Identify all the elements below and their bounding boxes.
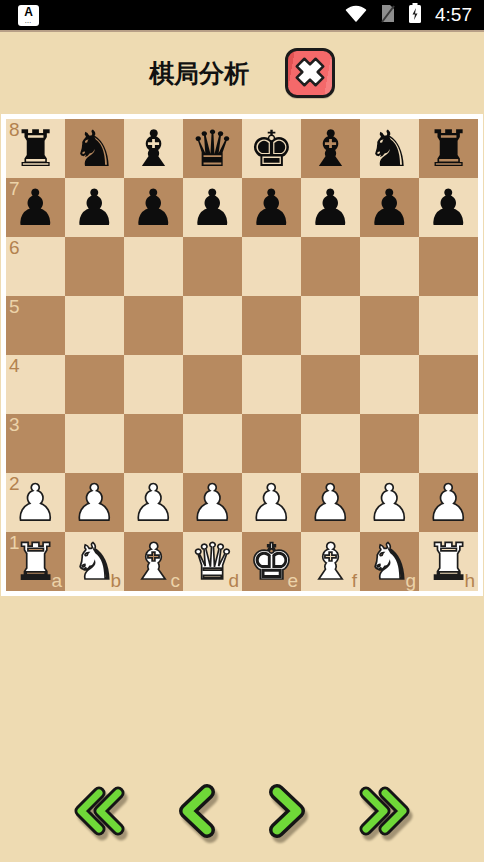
square-c8[interactable]: ♝ [124, 119, 183, 178]
white-pawn[interactable]: ♟ [242, 473, 301, 532]
square-f4[interactable] [301, 355, 360, 414]
square-d2[interactable]: ♟ [183, 473, 242, 532]
square-f1[interactable]: f♝ [301, 532, 360, 591]
square-g7[interactable]: ♟ [360, 178, 419, 237]
white-pawn[interactable]: ♟ [301, 473, 360, 532]
square-b6[interactable] [65, 237, 124, 296]
square-g3[interactable] [360, 414, 419, 473]
black-knight[interactable]: ♞ [65, 119, 124, 178]
status-bar: A … 4:57 [0, 0, 484, 32]
square-e1[interactable]: e♚ [242, 532, 301, 591]
square-e6[interactable] [242, 237, 301, 296]
square-h1[interactable]: h♜ [419, 532, 478, 591]
clock-time: 4:57 [435, 4, 472, 26]
square-b7[interactable]: ♟ [65, 178, 124, 237]
square-f6[interactable] [301, 237, 360, 296]
black-bishop[interactable]: ♝ [124, 119, 183, 178]
input-method-dots: … [25, 18, 33, 23]
previous-move-button[interactable] [172, 780, 220, 842]
square-f5[interactable] [301, 296, 360, 355]
square-g8[interactable]: ♞ [360, 119, 419, 178]
rank-label-7: 7 [9, 179, 20, 199]
square-g4[interactable] [360, 355, 419, 414]
square-f2[interactable]: ♟ [301, 473, 360, 532]
black-pawn[interactable]: ♟ [242, 178, 301, 237]
rank-label-6: 6 [9, 238, 20, 258]
black-pawn[interactable]: ♟ [301, 178, 360, 237]
square-a8[interactable]: 8♜ [6, 119, 65, 178]
header: 棋局分析 [0, 32, 484, 114]
square-c4[interactable] [124, 355, 183, 414]
square-f8[interactable]: ♝ [301, 119, 360, 178]
square-g1[interactable]: g♞ [360, 532, 419, 591]
file-label-h: h [464, 570, 475, 591]
square-d8[interactable]: ♛ [183, 119, 242, 178]
rank-label-1: 1 [9, 533, 20, 553]
square-h7[interactable]: ♟ [419, 178, 478, 237]
page-title: 棋局分析 [149, 57, 249, 90]
square-c1[interactable]: c♝ [124, 532, 183, 591]
white-pawn[interactable]: ♟ [65, 473, 124, 532]
square-h6[interactable] [419, 237, 478, 296]
square-a2[interactable]: 2♟ [6, 473, 65, 532]
file-label-f: f [352, 570, 357, 591]
file-label-b: b [110, 570, 121, 591]
double-chevron-right-icon [356, 830, 416, 845]
go-to-end-button[interactable] [356, 780, 416, 842]
square-d6[interactable] [183, 237, 242, 296]
input-method-icon: A … [18, 5, 39, 26]
square-c3[interactable] [124, 414, 183, 473]
app-screen: A … 4:57 [0, 0, 484, 862]
file-label-d: d [228, 570, 239, 591]
square-g6[interactable] [360, 237, 419, 296]
white-pawn[interactable]: ♟ [183, 473, 242, 532]
white-pawn[interactable]: ♟ [360, 473, 419, 532]
square-c5[interactable] [124, 296, 183, 355]
square-b2[interactable]: ♟ [65, 473, 124, 532]
square-d4[interactable] [183, 355, 242, 414]
go-to-start-button[interactable] [68, 780, 128, 842]
rank-label-3: 3 [9, 415, 20, 435]
square-e4[interactable] [242, 355, 301, 414]
move-navigation [0, 780, 484, 842]
black-pawn[interactable]: ♟ [183, 178, 242, 237]
square-e3[interactable] [242, 414, 301, 473]
square-h2[interactable]: ♟ [419, 473, 478, 532]
square-h8[interactable]: ♜ [419, 119, 478, 178]
square-b8[interactable]: ♞ [65, 119, 124, 178]
black-pawn[interactable]: ♟ [65, 178, 124, 237]
square-b3[interactable] [65, 414, 124, 473]
square-f3[interactable] [301, 414, 360, 473]
square-a7[interactable]: 7♟ [6, 178, 65, 237]
rank-label-8: 8 [9, 120, 20, 140]
square-a5[interactable]: 5 [6, 296, 65, 355]
black-king[interactable]: ♚ [242, 119, 301, 178]
black-bishop[interactable]: ♝ [301, 119, 360, 178]
black-queen[interactable]: ♛ [183, 119, 242, 178]
black-pawn[interactable]: ♟ [360, 178, 419, 237]
square-a1[interactable]: 1a♜ [6, 532, 65, 591]
file-label-a: a [51, 570, 62, 591]
rank-label-5: 5 [9, 297, 20, 317]
battery-charging-icon [408, 1, 422, 29]
square-d7[interactable]: ♟ [183, 178, 242, 237]
wifi-icon [344, 1, 368, 29]
close-button[interactable] [285, 48, 335, 98]
square-b1[interactable]: b♞ [65, 532, 124, 591]
square-b5[interactable] [65, 296, 124, 355]
rank-label-4: 4 [9, 356, 20, 376]
next-move-button[interactable] [264, 780, 312, 842]
square-g2[interactable]: ♟ [360, 473, 419, 532]
chess-board: 8♜♞♝♛♚♝♞♜7♟♟♟♟♟♟♟♟65432♟♟♟♟♟♟♟♟1a♜b♞c♝d♛… [6, 119, 478, 591]
white-pawn[interactable]: ♟ [124, 473, 183, 532]
file-label-c: c [171, 570, 181, 591]
square-b4[interactable] [65, 355, 124, 414]
no-sim-icon [377, 1, 399, 29]
square-a3[interactable]: 3 [6, 414, 65, 473]
square-c7[interactable]: ♟ [124, 178, 183, 237]
black-pawn[interactable]: ♟ [124, 178, 183, 237]
black-pawn[interactable]: ♟ [419, 178, 478, 237]
double-chevron-left-icon [68, 830, 128, 845]
square-d1[interactable]: d♛ [183, 532, 242, 591]
square-e5[interactable] [242, 296, 301, 355]
square-f7[interactable]: ♟ [301, 178, 360, 237]
square-a4[interactable]: 4 [6, 355, 65, 414]
rank-label-2: 2 [9, 474, 20, 494]
square-c6[interactable] [124, 237, 183, 296]
square-c2[interactable]: ♟ [124, 473, 183, 532]
file-label-e: e [287, 570, 298, 591]
file-label-g: g [405, 570, 416, 591]
square-d3[interactable] [183, 414, 242, 473]
square-e7[interactable]: ♟ [242, 178, 301, 237]
white-pawn[interactable]: ♟ [419, 473, 478, 532]
square-g5[interactable] [360, 296, 419, 355]
square-h3[interactable] [419, 414, 478, 473]
square-e8[interactable]: ♚ [242, 119, 301, 178]
chevron-right-icon [264, 830, 312, 845]
black-rook[interactable]: ♜ [419, 119, 478, 178]
square-h4[interactable] [419, 355, 478, 414]
square-h5[interactable] [419, 296, 478, 355]
black-knight[interactable]: ♞ [360, 119, 419, 178]
close-icon [290, 52, 330, 95]
square-d5[interactable] [183, 296, 242, 355]
board-frame: 8♜♞♝♛♚♝♞♜7♟♟♟♟♟♟♟♟65432♟♟♟♟♟♟♟♟1a♜b♞c♝d♛… [1, 114, 483, 596]
chevron-left-icon [172, 830, 220, 845]
square-a6[interactable]: 6 [6, 237, 65, 296]
square-e2[interactable]: ♟ [242, 473, 301, 532]
